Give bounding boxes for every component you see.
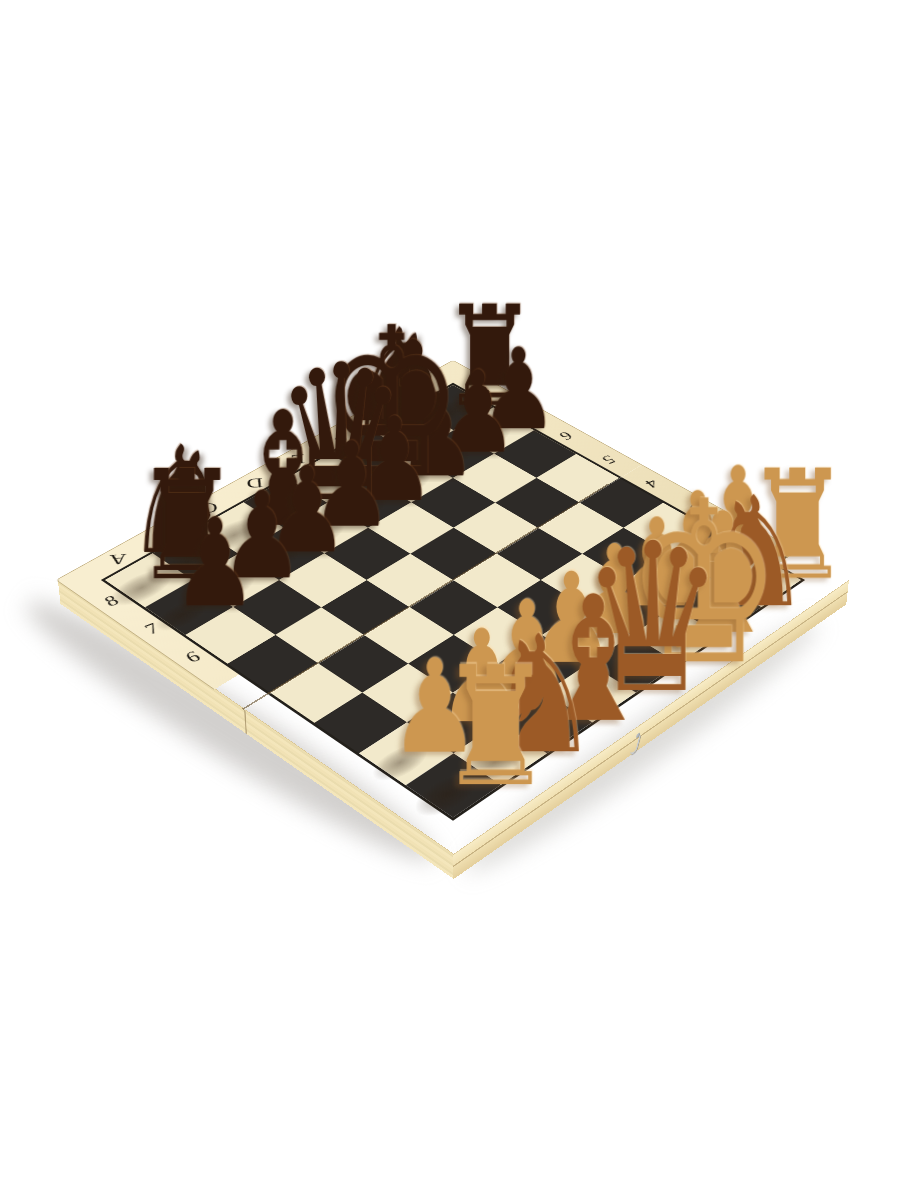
piece-black-pawn-a7: ♟ xyxy=(172,515,221,612)
chess-board: 1122334455667788AABBCCDDEEFFGGHH ♜♞♝♛♚♝♞… xyxy=(57,361,849,855)
board-grid: ♜♞♝♛♚♝♞♜♟♟♟♟♟♟♟♟♟♟♟♟♟♟♟♟♜♞♝♛♚♝♞♜ xyxy=(101,383,805,821)
piece-white-rook-a1: ♜ xyxy=(438,661,491,793)
board-face: 1122334455667788AABBCCDDEEFFGGHH ♜♞♝♛♚♝♞… xyxy=(57,361,849,855)
product-photo: 1122334455667788AABBCCDDEEFFGGHH ♜♞♝♛♚♝♞… xyxy=(0,0,900,1200)
piece-white-pawn-a2: ♟ xyxy=(389,655,441,759)
